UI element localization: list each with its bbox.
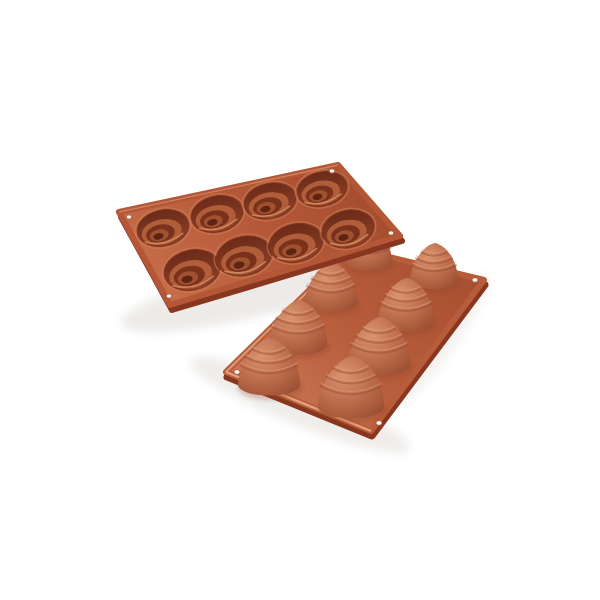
product-photo [0, 0, 600, 600]
corner-hole [472, 278, 478, 283]
corner-hole [388, 231, 394, 235]
corner-hole [166, 294, 172, 298]
corner-hole [376, 421, 382, 426]
corner-hole [126, 215, 132, 219]
corner-hole [234, 370, 240, 375]
corner-hole [329, 169, 335, 173]
product-photo-svg [0, 0, 600, 600]
